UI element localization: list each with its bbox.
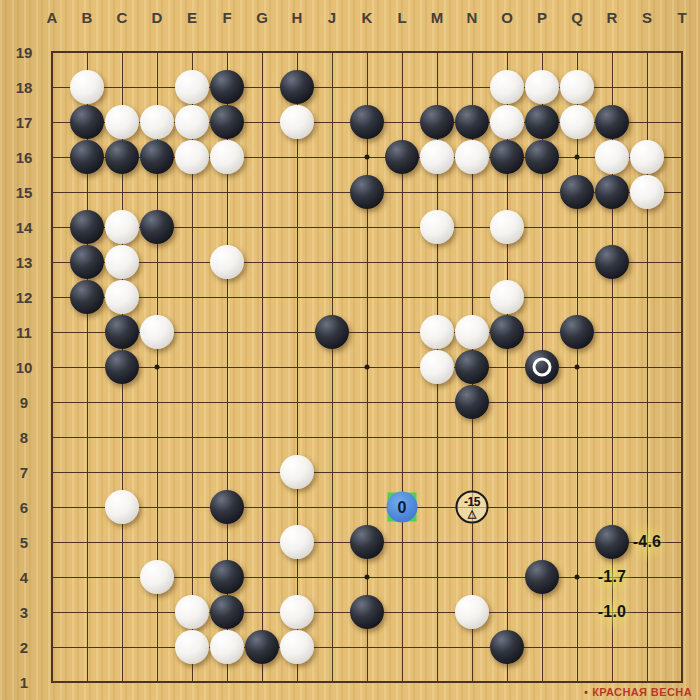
- white-stone: ○: [70, 70, 104, 104]
- row-label: 18: [16, 79, 33, 96]
- white-stone: ○: [560, 70, 594, 104]
- black-stone: ●: [105, 140, 139, 174]
- star-point: [365, 365, 370, 370]
- black-stone: ●: [350, 595, 384, 629]
- column-label: R: [607, 9, 618, 26]
- white-stone: ○: [455, 140, 489, 174]
- score-label: -4.6: [633, 533, 661, 551]
- grid-line: [51, 681, 683, 683]
- column-label: G: [256, 9, 268, 26]
- black-stone: ●: [525, 140, 559, 174]
- row-label: 15: [16, 184, 33, 201]
- score-label: -1.0: [598, 603, 626, 621]
- best-move-marker[interactable]: 0: [387, 492, 418, 523]
- black-stone: ●: [455, 105, 489, 139]
- triangle-icon: △: [468, 508, 476, 518]
- watermark: •КРАСНАЯ ВЕСНА: [584, 686, 692, 698]
- black-stone: ●: [385, 140, 419, 174]
- column-label: B: [82, 9, 93, 26]
- white-stone: ○: [280, 630, 314, 664]
- white-stone: ○: [140, 560, 174, 594]
- column-label: M: [431, 9, 444, 26]
- black-stone: ●: [70, 245, 104, 279]
- white-stone: ○: [490, 105, 524, 139]
- white-stone: ○: [490, 70, 524, 104]
- candidate-move-marker[interactable]: -15△: [456, 491, 489, 524]
- black-stone: ●: [70, 280, 104, 314]
- black-stone: ●: [350, 525, 384, 559]
- white-stone: ○: [630, 140, 664, 174]
- watermark-text: КРАСНАЯ ВЕСНА: [592, 686, 692, 698]
- black-stone: ●: [525, 560, 559, 594]
- last-move-marker: [533, 358, 552, 377]
- go-board[interactable]: ABCDEFGHJKLMNOPQRST191817161514131211109…: [0, 0, 700, 700]
- row-label: 7: [20, 464, 28, 481]
- white-stone: ○: [280, 595, 314, 629]
- row-label: 19: [16, 44, 33, 61]
- black-stone: ●: [420, 105, 454, 139]
- row-label: 5: [20, 534, 28, 551]
- row-label: 3: [20, 604, 28, 621]
- white-stone: ○: [105, 490, 139, 524]
- white-stone: ○: [175, 105, 209, 139]
- white-stone: ○: [140, 105, 174, 139]
- black-stone: ●: [560, 175, 594, 209]
- white-stone: ○: [105, 280, 139, 314]
- star-point: [365, 155, 370, 160]
- white-stone: ○: [140, 315, 174, 349]
- white-stone: ○: [280, 455, 314, 489]
- row-label: 13: [16, 254, 33, 271]
- white-stone: ○: [105, 105, 139, 139]
- black-stone: ●: [595, 105, 629, 139]
- black-stone: ●: [70, 140, 104, 174]
- white-stone: ○: [280, 525, 314, 559]
- column-label: D: [152, 9, 163, 26]
- white-stone: ○: [525, 70, 559, 104]
- column-label: J: [328, 9, 336, 26]
- black-stone: ●: [490, 315, 524, 349]
- row-label: 1: [20, 674, 28, 691]
- black-stone: ●: [70, 210, 104, 244]
- grid-line: [51, 437, 683, 438]
- white-stone: ○: [175, 140, 209, 174]
- black-stone: ●: [105, 315, 139, 349]
- black-stone: ●: [140, 210, 174, 244]
- white-stone: ○: [630, 175, 664, 209]
- star-point: [575, 155, 580, 160]
- screenshot: ABCDEFGHJKLMNOPQRST191817161514131211109…: [0, 0, 700, 700]
- white-stone: ○: [595, 140, 629, 174]
- row-label: 4: [20, 569, 28, 586]
- black-stone: ●: [140, 140, 174, 174]
- row-label: 8: [20, 429, 28, 446]
- black-stone: ●: [350, 105, 384, 139]
- column-label: L: [397, 9, 406, 26]
- row-label: 11: [16, 324, 32, 341]
- black-stone: ●: [210, 560, 244, 594]
- white-stone: ○: [490, 210, 524, 244]
- row-label: 9: [20, 394, 28, 411]
- star-point: [155, 365, 160, 370]
- column-label: O: [501, 9, 513, 26]
- column-label: A: [47, 9, 58, 26]
- row-label: 12: [16, 289, 33, 306]
- white-stone: ○: [420, 140, 454, 174]
- column-label: T: [677, 9, 686, 26]
- column-label: Q: [571, 9, 583, 26]
- black-stone: ●: [105, 350, 139, 384]
- black-stone: ●: [350, 175, 384, 209]
- white-stone: ○: [420, 210, 454, 244]
- white-stone: ○: [420, 350, 454, 384]
- star-point: [575, 365, 580, 370]
- black-stone: ●: [560, 315, 594, 349]
- white-stone: ○: [175, 630, 209, 664]
- row-label: 10: [16, 359, 33, 376]
- grid-line: [51, 507, 683, 508]
- white-stone: ○: [420, 315, 454, 349]
- row-label: 14: [16, 219, 33, 236]
- black-stone: ●: [595, 525, 629, 559]
- white-stone: ○: [455, 595, 489, 629]
- row-label: 6: [20, 499, 28, 516]
- column-label: E: [187, 9, 197, 26]
- black-stone: ●: [280, 70, 314, 104]
- white-stone: ○: [455, 315, 489, 349]
- white-stone: ○: [210, 630, 244, 664]
- column-label: H: [292, 9, 303, 26]
- white-stone: ○: [280, 105, 314, 139]
- black-stone: ●: [595, 245, 629, 279]
- row-label: 2: [20, 639, 28, 656]
- white-stone: ○: [175, 595, 209, 629]
- column-label: P: [537, 9, 547, 26]
- star-point: [365, 575, 370, 580]
- column-label: F: [222, 9, 231, 26]
- white-stone: ○: [105, 210, 139, 244]
- grid-line: [51, 472, 683, 473]
- black-stone: ●: [210, 595, 244, 629]
- row-label: 16: [16, 149, 33, 166]
- black-stone: ●: [595, 175, 629, 209]
- black-stone: ●: [210, 105, 244, 139]
- grid-line: [51, 402, 683, 403]
- column-label: N: [467, 9, 478, 26]
- black-stone: ●: [70, 105, 104, 139]
- black-stone: ●: [210, 70, 244, 104]
- black-stone: ●: [525, 105, 559, 139]
- white-stone: ○: [210, 245, 244, 279]
- grid-line: [681, 51, 683, 683]
- column-label: C: [117, 9, 128, 26]
- white-stone: ○: [490, 280, 524, 314]
- black-stone: ●: [455, 350, 489, 384]
- white-stone: ○: [105, 245, 139, 279]
- grid-line: [51, 647, 683, 648]
- column-label: K: [362, 9, 373, 26]
- row-label: 17: [16, 114, 33, 131]
- black-stone: ●: [490, 630, 524, 664]
- black-stone: ●: [245, 630, 279, 664]
- watermark-bullet-icon: •: [584, 687, 588, 698]
- column-label: S: [642, 9, 652, 26]
- black-stone: ●: [210, 490, 244, 524]
- black-stone: ●: [490, 140, 524, 174]
- white-stone: ○: [560, 105, 594, 139]
- white-stone: ○: [175, 70, 209, 104]
- star-point: [575, 575, 580, 580]
- white-stone: ○: [210, 140, 244, 174]
- black-stone: ●: [315, 315, 349, 349]
- score-label: -1.7: [598, 568, 626, 586]
- black-stone: ●: [455, 385, 489, 419]
